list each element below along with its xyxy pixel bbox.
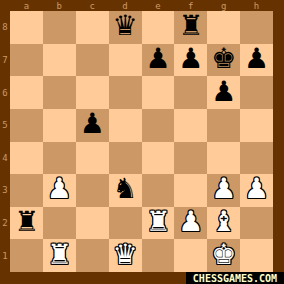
piece-white-queen: ♛: [113, 241, 138, 269]
square-f3[interactable]: [174, 174, 207, 207]
rank-label-6: 6: [0, 76, 10, 109]
square-h7[interactable]: ♟: [240, 44, 273, 77]
piece-black-pawn: ♟: [178, 45, 203, 73]
piece-black-queen: ♛: [113, 12, 138, 40]
chessgames-watermark: CHESSGAMES.COM: [186, 272, 284, 284]
piece-white-bishop: ♝: [211, 208, 236, 236]
piece-white-king: ♚: [211, 241, 236, 269]
square-g8[interactable]: [207, 11, 240, 44]
square-c6[interactable]: [76, 76, 109, 109]
file-label-g: g: [207, 0, 240, 11]
piece-black-knight: ♞: [113, 175, 138, 203]
square-e1[interactable]: [142, 239, 175, 272]
piece-black-pawn: ♟: [244, 45, 269, 73]
square-b2[interactable]: [43, 207, 76, 240]
square-f8[interactable]: ♜: [174, 11, 207, 44]
piece-white-pawn: ♟: [47, 175, 72, 203]
square-d3[interactable]: ♞: [109, 174, 142, 207]
square-e3[interactable]: [142, 174, 175, 207]
square-d1[interactable]: ♛: [109, 239, 142, 272]
square-h8[interactable]: [240, 11, 273, 44]
square-c5[interactable]: ♟: [76, 109, 109, 142]
piece-black-pawn: ♟: [145, 45, 170, 73]
square-h4[interactable]: [240, 142, 273, 175]
square-d2[interactable]: [109, 207, 142, 240]
piece-black-rook: ♜: [14, 208, 39, 236]
square-e2[interactable]: ♜: [142, 207, 175, 240]
square-b4[interactable]: [43, 142, 76, 175]
square-c7[interactable]: [76, 44, 109, 77]
square-h5[interactable]: [240, 109, 273, 142]
square-d8[interactable]: ♛: [109, 11, 142, 44]
square-h3[interactable]: ♟: [240, 174, 273, 207]
square-e8[interactable]: [142, 11, 175, 44]
square-g1[interactable]: ♚: [207, 239, 240, 272]
square-g7[interactable]: ♚: [207, 44, 240, 77]
piece-black-king: ♚: [211, 45, 236, 73]
square-c2[interactable]: [76, 207, 109, 240]
square-b5[interactable]: [43, 109, 76, 142]
rank-label-3: 3: [0, 174, 10, 207]
square-f7[interactable]: ♟: [174, 44, 207, 77]
rank-labels: 87654321: [0, 11, 10, 272]
square-f5[interactable]: [174, 109, 207, 142]
square-a3[interactable]: [10, 174, 43, 207]
file-label-e: e: [142, 0, 175, 11]
square-a7[interactable]: [10, 44, 43, 77]
square-a8[interactable]: [10, 11, 43, 44]
square-f6[interactable]: [174, 76, 207, 109]
rank-label-7: 7: [0, 44, 10, 77]
square-g5[interactable]: [207, 109, 240, 142]
square-e5[interactable]: [142, 109, 175, 142]
square-h1[interactable]: [240, 239, 273, 272]
square-c3[interactable]: [76, 174, 109, 207]
piece-black-pawn: ♟: [80, 110, 105, 138]
square-b1[interactable]: ♜: [43, 239, 76, 272]
square-b8[interactable]: [43, 11, 76, 44]
square-a6[interactable]: [10, 76, 43, 109]
file-label-a: a: [10, 0, 43, 11]
rank-label-2: 2: [0, 207, 10, 240]
square-d4[interactable]: [109, 142, 142, 175]
square-e7[interactable]: ♟: [142, 44, 175, 77]
rank-label-5: 5: [0, 109, 10, 142]
square-f4[interactable]: [174, 142, 207, 175]
rank-label-1: 1: [0, 239, 10, 272]
square-c1[interactable]: [76, 239, 109, 272]
piece-black-rook: ♜: [178, 12, 203, 40]
rank-label-4: 4: [0, 142, 10, 175]
square-h6[interactable]: [240, 76, 273, 109]
piece-white-rook: ♜: [145, 208, 170, 236]
square-f2[interactable]: ♟: [174, 207, 207, 240]
square-d5[interactable]: [109, 109, 142, 142]
square-h2[interactable]: [240, 207, 273, 240]
file-label-d: d: [109, 0, 142, 11]
piece-white-pawn: ♟: [244, 175, 269, 203]
square-f1[interactable]: [174, 239, 207, 272]
square-a5[interactable]: [10, 109, 43, 142]
file-label-c: c: [76, 0, 109, 11]
square-g3[interactable]: ♟: [207, 174, 240, 207]
file-labels: abcdefgh: [10, 0, 273, 11]
chess-board: ♛♜♟♟♚♟♟♟♟♞♟♟♜♜♟♝♜♛♚: [10, 11, 273, 272]
square-e4[interactable]: [142, 142, 175, 175]
square-g2[interactable]: ♝: [207, 207, 240, 240]
square-g6[interactable]: ♟: [207, 76, 240, 109]
file-label-f: f: [174, 0, 207, 11]
square-b3[interactable]: ♟: [43, 174, 76, 207]
piece-black-pawn: ♟: [211, 78, 236, 106]
square-b6[interactable]: [43, 76, 76, 109]
rank-label-8: 8: [0, 11, 10, 44]
square-d7[interactable]: [109, 44, 142, 77]
square-d6[interactable]: [109, 76, 142, 109]
square-c4[interactable]: [76, 142, 109, 175]
square-g4[interactable]: [207, 142, 240, 175]
chess-diagram: abcdefgh 87654321 ♛♜♟♟♚♟♟♟♟♞♟♟♜♜♟♝♜♛♚ CH…: [0, 0, 284, 284]
piece-white-pawn: ♟: [211, 175, 236, 203]
piece-white-rook: ♜: [47, 241, 72, 269]
square-c8[interactable]: [76, 11, 109, 44]
square-a1[interactable]: [10, 239, 43, 272]
square-a2[interactable]: ♜: [10, 207, 43, 240]
square-e6[interactable]: [142, 76, 175, 109]
square-b7[interactable]: [43, 44, 76, 77]
file-label-h: h: [240, 0, 273, 11]
square-a4[interactable]: [10, 142, 43, 175]
file-label-b: b: [43, 0, 76, 11]
piece-white-pawn: ♟: [178, 208, 203, 236]
